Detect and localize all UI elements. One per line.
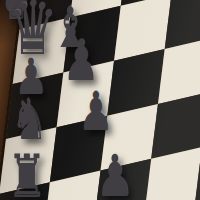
chess-piece-rook[interactable]: ♜ bbox=[3, 146, 50, 200]
chessboard-photo: ♚♛♝♟♟♟♞♜♟ Angled photograph of a physica… bbox=[0, 0, 200, 200]
chess-piece-pawn-3[interactable]: ♟ bbox=[72, 85, 119, 139]
chess-piece-pawn-4[interactable]: ♟ bbox=[91, 147, 138, 200]
